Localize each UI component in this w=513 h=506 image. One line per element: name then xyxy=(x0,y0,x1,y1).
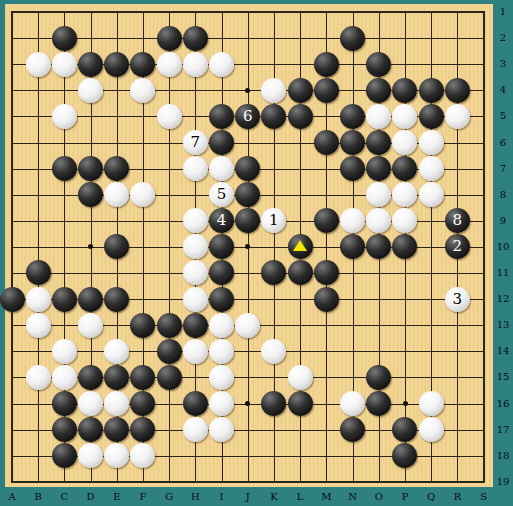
row-label: 14 xyxy=(494,345,512,356)
column-label: H xyxy=(186,491,204,502)
board-intersection xyxy=(25,286,51,312)
board-intersection xyxy=(25,364,51,390)
black-stone[interactable] xyxy=(261,391,286,416)
white-stone[interactable] xyxy=(26,313,51,338)
white-stone[interactable] xyxy=(104,339,129,364)
board-intersection: 5 xyxy=(208,182,234,208)
board-intersection xyxy=(104,443,130,469)
black-stone[interactable] xyxy=(52,443,77,468)
board-intersection xyxy=(182,260,208,286)
white-stone[interactable] xyxy=(209,156,234,181)
black-stone[interactable] xyxy=(130,391,155,416)
column-label: D xyxy=(82,491,100,502)
white-stone[interactable] xyxy=(366,182,391,207)
black-stone[interactable] xyxy=(235,182,260,207)
board-intersection xyxy=(208,234,234,260)
board-intersection xyxy=(418,416,444,442)
board-intersection xyxy=(418,390,444,416)
row-label: 12 xyxy=(494,293,512,304)
white-stone[interactable] xyxy=(261,78,286,103)
column-label: K xyxy=(265,491,283,502)
black-stone[interactable] xyxy=(104,52,129,77)
row-label: 16 xyxy=(494,398,512,409)
go-app-window: 67541823 ABCDEFGHIJKLMNOPQRS123456789101… xyxy=(0,0,513,506)
black-stone[interactable] xyxy=(340,130,365,155)
row-label: 7 xyxy=(494,163,512,174)
white-stone[interactable] xyxy=(104,182,129,207)
black-stone[interactable]: 8 xyxy=(445,208,470,233)
board-intersection xyxy=(51,25,77,51)
move-number-label: 3 xyxy=(452,292,462,307)
board-intersection xyxy=(130,443,156,469)
black-stone[interactable] xyxy=(340,26,365,51)
black-stone[interactable] xyxy=(366,78,391,103)
board-intersection xyxy=(418,156,444,182)
row-label: 13 xyxy=(494,319,512,330)
black-stone[interactable] xyxy=(183,313,208,338)
black-stone[interactable] xyxy=(340,417,365,442)
black-stone[interactable] xyxy=(52,156,77,181)
board-intersection: 7 xyxy=(182,129,208,155)
column-label: E xyxy=(108,491,126,502)
board-intersection xyxy=(77,364,103,390)
black-stone[interactable] xyxy=(52,391,77,416)
board-intersection xyxy=(104,234,130,260)
board-intersection xyxy=(392,208,418,234)
black-stone[interactable] xyxy=(366,234,391,259)
board-intersection xyxy=(77,77,103,103)
board-intersection xyxy=(25,260,51,286)
goban[interactable]: 67541823 xyxy=(0,0,496,495)
black-stone[interactable] xyxy=(157,26,182,51)
white-stone[interactable] xyxy=(26,365,51,390)
board-intersection xyxy=(208,129,234,155)
board-intersection xyxy=(366,364,392,390)
board-intersection xyxy=(339,208,365,234)
board-intersection xyxy=(208,312,234,338)
board-intersection xyxy=(235,156,261,182)
white-stone[interactable] xyxy=(445,104,470,129)
board-intersection xyxy=(261,390,287,416)
white-stone[interactable] xyxy=(183,52,208,77)
black-stone[interactable] xyxy=(288,260,313,285)
black-stone[interactable] xyxy=(209,234,234,259)
board-intersection xyxy=(182,312,208,338)
board-intersection xyxy=(208,338,234,364)
black-stone[interactable] xyxy=(52,287,77,312)
board-intersection xyxy=(182,25,208,51)
board-intersection xyxy=(261,103,287,129)
board-intersection xyxy=(366,51,392,77)
board-intersection xyxy=(130,182,156,208)
board-intersection xyxy=(104,182,130,208)
black-stone[interactable] xyxy=(183,391,208,416)
board-intersection xyxy=(261,77,287,103)
row-label: 1 xyxy=(494,6,512,17)
black-stone[interactable] xyxy=(288,78,313,103)
board-intersection xyxy=(130,312,156,338)
black-stone[interactable] xyxy=(261,104,286,129)
black-stone[interactable] xyxy=(0,287,25,312)
black-stone[interactable]: 4 xyxy=(209,208,234,233)
white-stone[interactable]: 1 xyxy=(261,208,286,233)
triangle-marker-icon xyxy=(293,240,307,251)
white-stone[interactable] xyxy=(78,78,103,103)
white-stone[interactable] xyxy=(52,104,77,129)
board-intersection xyxy=(77,390,103,416)
black-stone[interactable] xyxy=(130,365,155,390)
board-intersection xyxy=(156,103,182,129)
board-intersection xyxy=(444,103,470,129)
board-intersection xyxy=(77,51,103,77)
board-intersection xyxy=(339,416,365,442)
white-stone[interactable] xyxy=(419,130,444,155)
column-label: J xyxy=(239,491,257,502)
white-stone[interactable] xyxy=(183,208,208,233)
column-label: B xyxy=(29,491,47,502)
row-label: 19 xyxy=(494,476,512,487)
board-intersection xyxy=(51,103,77,129)
black-stone[interactable] xyxy=(392,156,417,181)
row-label: 8 xyxy=(494,189,512,200)
board-intersection xyxy=(208,51,234,77)
white-stone[interactable] xyxy=(78,391,103,416)
white-stone[interactable] xyxy=(366,104,391,129)
black-stone[interactable] xyxy=(104,234,129,259)
black-stone[interactable] xyxy=(340,156,365,181)
white-stone[interactable] xyxy=(26,287,51,312)
black-stone[interactable] xyxy=(314,260,339,285)
black-stone[interactable] xyxy=(104,156,129,181)
move-number-label: 7 xyxy=(191,135,201,150)
black-stone[interactable] xyxy=(314,130,339,155)
board-intersection xyxy=(51,364,77,390)
board-intersection xyxy=(392,156,418,182)
board-intersection xyxy=(156,338,182,364)
black-stone[interactable] xyxy=(26,260,51,285)
white-stone[interactable] xyxy=(209,365,234,390)
black-stone[interactable] xyxy=(157,365,182,390)
board-intersection xyxy=(208,260,234,286)
black-stone[interactable] xyxy=(392,78,417,103)
board-intersection: 8 xyxy=(444,208,470,234)
white-stone[interactable] xyxy=(419,182,444,207)
black-stone[interactable] xyxy=(157,339,182,364)
board-intersection xyxy=(182,51,208,77)
board-intersection xyxy=(156,364,182,390)
row-label: 11 xyxy=(494,267,512,278)
board-intersection: 3 xyxy=(444,286,470,312)
black-stone[interactable] xyxy=(78,182,103,207)
board-intersection xyxy=(339,103,365,129)
white-stone[interactable] xyxy=(340,208,365,233)
board-intersection: 4 xyxy=(208,208,234,234)
board-intersection xyxy=(392,103,418,129)
black-stone[interactable] xyxy=(340,104,365,129)
board-intersection xyxy=(77,312,103,338)
column-label: P xyxy=(396,491,414,502)
black-stone[interactable] xyxy=(419,104,444,129)
row-label: 2 xyxy=(494,32,512,43)
white-stone[interactable] xyxy=(366,208,391,233)
board-intersection xyxy=(313,286,339,312)
board-intersection xyxy=(444,77,470,103)
white-stone[interactable] xyxy=(392,208,417,233)
black-stone[interactable] xyxy=(209,287,234,312)
board-intersection xyxy=(366,390,392,416)
board-intersection: 6 xyxy=(235,103,261,129)
black-stone[interactable] xyxy=(209,260,234,285)
board-intersection xyxy=(339,129,365,155)
white-stone[interactable] xyxy=(157,52,182,77)
black-stone[interactable] xyxy=(366,365,391,390)
column-label: Q xyxy=(422,491,440,502)
board-intersection xyxy=(104,51,130,77)
black-stone[interactable] xyxy=(288,234,313,259)
board-intersection xyxy=(366,234,392,260)
white-stone[interactable] xyxy=(209,417,234,442)
board-intersection xyxy=(366,129,392,155)
board-intersection xyxy=(313,208,339,234)
row-label: 10 xyxy=(494,241,512,252)
white-stone[interactable] xyxy=(288,365,313,390)
board-intersection xyxy=(51,443,77,469)
white-stone[interactable] xyxy=(419,391,444,416)
black-stone[interactable] xyxy=(314,52,339,77)
black-stone[interactable] xyxy=(314,287,339,312)
board-intersection xyxy=(182,234,208,260)
white-stone[interactable] xyxy=(183,339,208,364)
black-stone[interactable] xyxy=(392,417,417,442)
move-number-label: 4 xyxy=(217,213,227,228)
board-intersection xyxy=(339,390,365,416)
row-label: 17 xyxy=(494,424,512,435)
white-stone[interactable] xyxy=(392,104,417,129)
black-stone[interactable] xyxy=(130,417,155,442)
black-stone[interactable] xyxy=(78,365,103,390)
board-intersection xyxy=(287,103,313,129)
board-intersection xyxy=(130,416,156,442)
white-stone[interactable] xyxy=(78,313,103,338)
black-stone[interactable] xyxy=(78,156,103,181)
board-intersection xyxy=(25,312,51,338)
board-intersection xyxy=(339,25,365,51)
white-stone[interactable] xyxy=(157,104,182,129)
column-label: G xyxy=(160,491,178,502)
move-number-label: 6 xyxy=(243,109,253,124)
white-stone[interactable] xyxy=(130,182,155,207)
board-intersection xyxy=(51,390,77,416)
board-intersection xyxy=(418,182,444,208)
black-stone[interactable] xyxy=(366,52,391,77)
black-stone[interactable] xyxy=(78,287,103,312)
black-stone[interactable] xyxy=(130,52,155,77)
black-stone[interactable] xyxy=(340,234,365,259)
white-stone[interactable] xyxy=(235,313,260,338)
column-label: R xyxy=(448,491,466,502)
board-intersection xyxy=(77,286,103,312)
board-intersection xyxy=(156,25,182,51)
board-intersection xyxy=(208,364,234,390)
white-stone[interactable] xyxy=(209,391,234,416)
board-intersection xyxy=(261,260,287,286)
board-intersection xyxy=(339,156,365,182)
board-intersection xyxy=(366,156,392,182)
black-stone[interactable] xyxy=(183,26,208,51)
column-label: F xyxy=(134,491,152,502)
board-intersection xyxy=(392,129,418,155)
board-intersection xyxy=(51,156,77,182)
board-intersection xyxy=(77,443,103,469)
white-stone[interactable] xyxy=(261,339,286,364)
black-stone[interactable] xyxy=(52,417,77,442)
black-stone[interactable] xyxy=(445,78,470,103)
black-stone[interactable]: 2 xyxy=(445,234,470,259)
board-intersection xyxy=(156,312,182,338)
black-stone[interactable] xyxy=(314,208,339,233)
board-intersection xyxy=(313,129,339,155)
black-stone[interactable] xyxy=(288,104,313,129)
black-stone[interactable] xyxy=(419,78,444,103)
board-intersection xyxy=(51,51,77,77)
board-intersection xyxy=(392,443,418,469)
black-stone[interactable] xyxy=(261,260,286,285)
move-number-label: 8 xyxy=(452,213,462,228)
white-stone[interactable]: 5 xyxy=(209,182,234,207)
board-intersection xyxy=(182,156,208,182)
white-stone[interactable] xyxy=(183,287,208,312)
black-stone[interactable] xyxy=(209,130,234,155)
black-stone[interactable] xyxy=(288,391,313,416)
black-stone[interactable] xyxy=(366,130,391,155)
black-stone[interactable] xyxy=(392,234,417,259)
board-intersection xyxy=(208,286,234,312)
column-label: C xyxy=(55,491,73,502)
black-stone[interactable] xyxy=(52,26,77,51)
white-stone[interactable] xyxy=(183,260,208,285)
board-intersection xyxy=(287,234,313,260)
black-stone[interactable] xyxy=(104,417,129,442)
board-intersection xyxy=(104,364,130,390)
board-intersection xyxy=(366,103,392,129)
column-label: I xyxy=(213,491,231,502)
white-stone[interactable] xyxy=(78,443,103,468)
column-label: L xyxy=(291,491,309,502)
white-stone[interactable] xyxy=(26,52,51,77)
board-intersection xyxy=(235,312,261,338)
board-intersection xyxy=(182,338,208,364)
white-stone[interactable] xyxy=(419,156,444,181)
board-intersection xyxy=(313,77,339,103)
black-stone[interactable] xyxy=(78,417,103,442)
board-intersection xyxy=(0,286,25,312)
white-stone[interactable] xyxy=(392,182,417,207)
board-intersection xyxy=(313,260,339,286)
white-stone[interactable]: 3 xyxy=(445,287,470,312)
board-intersection xyxy=(130,390,156,416)
white-stone[interactable] xyxy=(52,339,77,364)
board-intersection xyxy=(51,416,77,442)
board-intersection xyxy=(182,416,208,442)
board-intersection xyxy=(235,182,261,208)
board-intersection xyxy=(130,364,156,390)
board-intersection xyxy=(104,286,130,312)
board-intersection: 1 xyxy=(261,208,287,234)
board-intersection xyxy=(51,286,77,312)
black-stone[interactable]: 6 xyxy=(235,104,260,129)
white-stone[interactable] xyxy=(183,417,208,442)
black-stone[interactable] xyxy=(314,78,339,103)
board-intersection xyxy=(104,390,130,416)
row-label: 6 xyxy=(494,137,512,148)
black-stone[interactable] xyxy=(209,104,234,129)
black-stone[interactable] xyxy=(104,287,129,312)
white-stone[interactable] xyxy=(130,78,155,103)
black-stone[interactable] xyxy=(235,208,260,233)
black-stone[interactable] xyxy=(157,313,182,338)
board-intersection xyxy=(418,129,444,155)
board-intersection xyxy=(182,286,208,312)
white-stone[interactable] xyxy=(209,339,234,364)
row-label: 9 xyxy=(494,215,512,226)
board-intersection xyxy=(25,51,51,77)
white-stone[interactable] xyxy=(340,391,365,416)
white-stone[interactable]: 7 xyxy=(183,130,208,155)
black-stone[interactable] xyxy=(366,156,391,181)
board-intersection xyxy=(261,338,287,364)
white-stone[interactable] xyxy=(419,417,444,442)
board-intersection xyxy=(208,390,234,416)
white-stone[interactable] xyxy=(183,234,208,259)
white-stone[interactable] xyxy=(183,156,208,181)
black-stone[interactable] xyxy=(130,313,155,338)
white-stone[interactable] xyxy=(52,52,77,77)
row-label: 5 xyxy=(494,110,512,121)
board-intersection xyxy=(208,103,234,129)
board-intersection xyxy=(77,182,103,208)
white-stone[interactable] xyxy=(104,391,129,416)
column-label: S xyxy=(475,491,493,502)
white-stone[interactable] xyxy=(52,365,77,390)
white-stone[interactable] xyxy=(104,443,129,468)
black-stone[interactable] xyxy=(78,52,103,77)
board-intersection xyxy=(287,260,313,286)
row-label: 18 xyxy=(494,450,512,461)
board-intersection xyxy=(235,208,261,234)
board-intersection xyxy=(392,234,418,260)
board-intersection xyxy=(287,364,313,390)
white-stone[interactable] xyxy=(209,52,234,77)
white-stone[interactable] xyxy=(392,130,417,155)
white-stone[interactable] xyxy=(130,443,155,468)
board-intersection xyxy=(392,77,418,103)
board-intersection xyxy=(130,51,156,77)
board-intersection xyxy=(156,51,182,77)
white-stone[interactable] xyxy=(209,313,234,338)
board-intersection xyxy=(339,234,365,260)
black-stone[interactable] xyxy=(104,365,129,390)
board-intersection xyxy=(366,182,392,208)
black-stone[interactable] xyxy=(235,156,260,181)
board-intersection xyxy=(313,51,339,77)
board-intersection xyxy=(51,338,77,364)
board-intersection xyxy=(418,77,444,103)
board-intersection xyxy=(287,77,313,103)
black-stone[interactable] xyxy=(366,391,391,416)
board-intersection: 2 xyxy=(444,234,470,260)
black-stone[interactable] xyxy=(392,443,417,468)
board-intersection xyxy=(77,416,103,442)
